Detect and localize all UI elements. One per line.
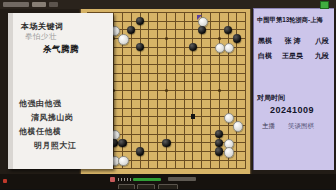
broadcast-window: 本场关键词 拳怕少壮 杀气腾腾 他强由他强 清风拂山岗 他横任他横 明月照大江 … bbox=[0, 0, 336, 189]
white-player-row: 白棋 王星昊 九段 bbox=[258, 51, 332, 61]
grid-line bbox=[175, 12, 176, 169]
progress-bar[interactable] bbox=[133, 178, 161, 182]
white-color-label: 白棋 bbox=[258, 51, 276, 61]
black-stone bbox=[118, 139, 126, 147]
grid-line bbox=[245, 12, 246, 169]
black-stone bbox=[127, 26, 135, 34]
poem-line: 明月照大江 bbox=[34, 140, 77, 151]
white-stone bbox=[224, 43, 234, 53]
record-icon bbox=[3, 179, 7, 183]
keyword-subtitle: 拳怕少壮 bbox=[25, 32, 57, 42]
keyword-highlight: 杀气腾腾 bbox=[43, 44, 79, 56]
star-point bbox=[218, 37, 221, 40]
grid-line bbox=[184, 12, 185, 169]
event-title: 中围甲第13轮浙商-上海 bbox=[257, 16, 333, 25]
black-stone bbox=[136, 147, 144, 155]
grid-line bbox=[210, 12, 211, 169]
time-readout bbox=[168, 177, 196, 181]
black-stone bbox=[224, 26, 232, 34]
white-player-name: 王星昊 bbox=[276, 51, 309, 61]
star-point bbox=[218, 89, 221, 92]
window-menu-item[interactable] bbox=[32, 2, 46, 7]
grid-line bbox=[201, 12, 202, 169]
white-stone bbox=[118, 34, 128, 44]
control-button[interactable] bbox=[118, 184, 135, 190]
poem-line: 他强由他强 bbox=[19, 98, 62, 109]
black-stone bbox=[136, 43, 144, 51]
black-stone bbox=[215, 147, 223, 155]
window-menu-item[interactable] bbox=[49, 2, 58, 7]
move-square-marker bbox=[191, 114, 196, 119]
frame-ticks bbox=[118, 178, 132, 181]
poem-line: 他横任他横 bbox=[19, 126, 62, 137]
black-player-row: 黑棋 张 涛 八段 bbox=[258, 36, 332, 46]
control-button[interactable] bbox=[137, 184, 155, 190]
host-label: 主播 bbox=[262, 122, 288, 131]
black-player-name: 张 涛 bbox=[276, 36, 309, 46]
white-stone bbox=[118, 156, 128, 166]
black-stone bbox=[215, 139, 223, 147]
window-title-text bbox=[3, 2, 29, 7]
caption-panel: 本场关键词 拳怕少壮 杀气腾腾 他强由他强 清风拂山岗 他横任他横 明月照大江 bbox=[8, 13, 113, 169]
poem-line: 清风拂山岗 bbox=[31, 112, 74, 123]
black-stone bbox=[189, 43, 197, 51]
host-row: 主播 笑谈围棋 bbox=[262, 122, 332, 131]
game-time-label: 对局时间 bbox=[257, 93, 285, 103]
host-name: 笑谈围棋 bbox=[288, 122, 314, 131]
white-stone bbox=[224, 113, 234, 123]
black-stone bbox=[215, 130, 223, 138]
game-info-panel: 中围甲第13轮浙商-上海 黑棋 张 涛 八段 白棋 王星昊 九段 对局时间 20… bbox=[253, 8, 334, 170]
white-stone bbox=[233, 121, 243, 131]
app-status-icon bbox=[320, 1, 329, 9]
keyword-title: 本场关键词 bbox=[21, 21, 64, 32]
control-button[interactable] bbox=[158, 184, 178, 190]
white-player-rank: 九段 bbox=[309, 51, 329, 61]
black-stone bbox=[233, 34, 241, 42]
black-player-rank: 八段 bbox=[309, 36, 329, 46]
black-stone bbox=[198, 26, 206, 34]
black-stone bbox=[136, 17, 144, 25]
grid-line bbox=[192, 12, 193, 169]
clip-icon[interactable] bbox=[110, 177, 115, 182]
white-stone bbox=[224, 147, 234, 157]
black-stone bbox=[162, 139, 170, 147]
star-point bbox=[165, 89, 168, 92]
black-color-label: 黑棋 bbox=[258, 36, 276, 46]
star-point bbox=[165, 37, 168, 40]
control-strip bbox=[0, 174, 336, 189]
last-move-badge bbox=[197, 15, 202, 20]
game-date: 20241009 bbox=[254, 105, 330, 115]
